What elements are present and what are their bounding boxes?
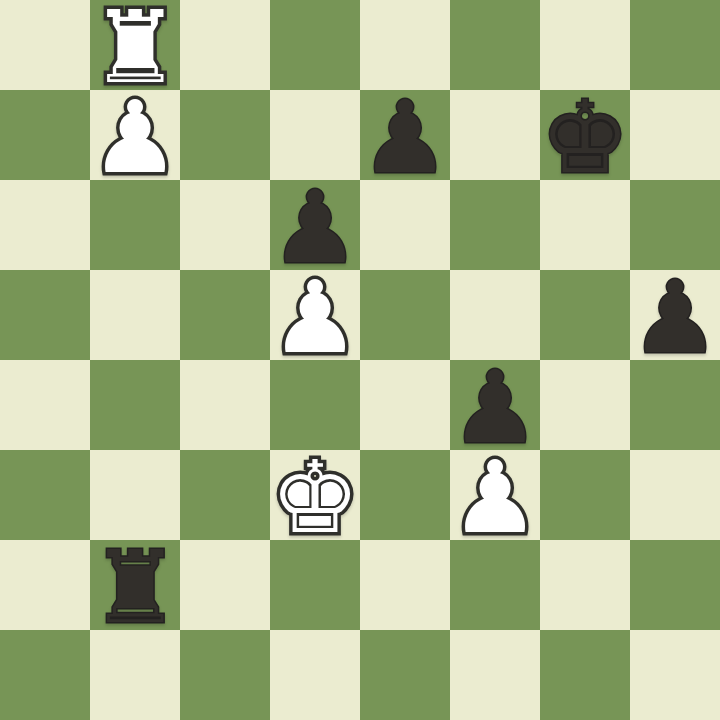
square-g3[interactable] bbox=[540, 450, 630, 540]
square-g8[interactable] bbox=[540, 0, 630, 90]
square-a7[interactable] bbox=[0, 90, 90, 180]
square-a1[interactable] bbox=[0, 630, 90, 720]
square-c7[interactable] bbox=[180, 90, 270, 180]
square-g1[interactable] bbox=[540, 630, 630, 720]
square-b3[interactable] bbox=[90, 450, 180, 540]
white-pawn-glyph: ♟ bbox=[450, 439, 540, 556]
white-pawn-glyph: ♟ bbox=[270, 259, 360, 376]
square-c6[interactable] bbox=[180, 180, 270, 270]
square-b8[interactable]: ♜♜ bbox=[90, 0, 180, 90]
square-g4[interactable] bbox=[540, 360, 630, 450]
black-king-glyph: ♚ bbox=[540, 79, 630, 196]
white-king-glyph: ♚ bbox=[270, 439, 360, 556]
square-g7[interactable]: ♚♚ bbox=[540, 90, 630, 180]
piece-white-pawn[interactable]: ♟♟ bbox=[450, 453, 540, 543]
piece-white-king[interactable]: ♚♚ bbox=[270, 453, 360, 543]
chess-board: ♜♜♟♟♟♟♚♚♟♟♟♟♟♟♟♟♚♚♟♟♜♜ bbox=[0, 0, 720, 720]
black-rook-glyph: ♜ bbox=[90, 529, 180, 646]
square-d6[interactable]: ♟♟ bbox=[270, 180, 360, 270]
square-d1[interactable] bbox=[270, 630, 360, 720]
square-a3[interactable] bbox=[0, 450, 90, 540]
square-f3[interactable]: ♟♟ bbox=[450, 450, 540, 540]
square-e3[interactable] bbox=[360, 450, 450, 540]
square-g5[interactable] bbox=[540, 270, 630, 360]
square-b7[interactable]: ♟♟ bbox=[90, 90, 180, 180]
piece-black-pawn[interactable]: ♟♟ bbox=[630, 273, 720, 363]
square-f7[interactable] bbox=[450, 90, 540, 180]
square-h5[interactable]: ♟♟ bbox=[630, 270, 720, 360]
square-h2[interactable] bbox=[630, 540, 720, 630]
square-f1[interactable] bbox=[450, 630, 540, 720]
square-a2[interactable] bbox=[0, 540, 90, 630]
square-b2[interactable]: ♜♜ bbox=[90, 540, 180, 630]
square-c1[interactable] bbox=[180, 630, 270, 720]
square-e1[interactable] bbox=[360, 630, 450, 720]
square-c3[interactable] bbox=[180, 450, 270, 540]
square-e2[interactable] bbox=[360, 540, 450, 630]
square-c4[interactable] bbox=[180, 360, 270, 450]
square-b5[interactable] bbox=[90, 270, 180, 360]
black-pawn-glyph: ♟ bbox=[630, 259, 720, 376]
square-f5[interactable] bbox=[450, 270, 540, 360]
square-h7[interactable] bbox=[630, 90, 720, 180]
square-f8[interactable] bbox=[450, 0, 540, 90]
black-pawn-glyph: ♟ bbox=[360, 79, 450, 196]
square-b4[interactable] bbox=[90, 360, 180, 450]
square-d7[interactable] bbox=[270, 90, 360, 180]
square-a8[interactable] bbox=[0, 0, 90, 90]
piece-black-pawn[interactable]: ♟♟ bbox=[360, 93, 450, 183]
square-h1[interactable] bbox=[630, 630, 720, 720]
square-h3[interactable] bbox=[630, 450, 720, 540]
square-e8[interactable] bbox=[360, 0, 450, 90]
square-c5[interactable] bbox=[180, 270, 270, 360]
square-h8[interactable] bbox=[630, 0, 720, 90]
square-e7[interactable]: ♟♟ bbox=[360, 90, 450, 180]
piece-white-pawn[interactable]: ♟♟ bbox=[270, 273, 360, 363]
square-d8[interactable] bbox=[270, 0, 360, 90]
square-f4[interactable]: ♟♟ bbox=[450, 360, 540, 450]
square-g2[interactable] bbox=[540, 540, 630, 630]
square-d3[interactable]: ♚♚ bbox=[270, 450, 360, 540]
square-a5[interactable] bbox=[0, 270, 90, 360]
square-e5[interactable] bbox=[360, 270, 450, 360]
white-pawn-glyph: ♟ bbox=[90, 79, 180, 196]
piece-white-pawn[interactable]: ♟♟ bbox=[90, 93, 180, 183]
square-a6[interactable] bbox=[0, 180, 90, 270]
piece-black-rook[interactable]: ♜♜ bbox=[90, 543, 180, 633]
square-c8[interactable] bbox=[180, 0, 270, 90]
piece-black-king[interactable]: ♚♚ bbox=[540, 93, 630, 183]
square-d5[interactable]: ♟♟ bbox=[270, 270, 360, 360]
square-f6[interactable] bbox=[450, 180, 540, 270]
square-c2[interactable] bbox=[180, 540, 270, 630]
square-e4[interactable] bbox=[360, 360, 450, 450]
square-a4[interactable] bbox=[0, 360, 90, 450]
square-h6[interactable] bbox=[630, 180, 720, 270]
